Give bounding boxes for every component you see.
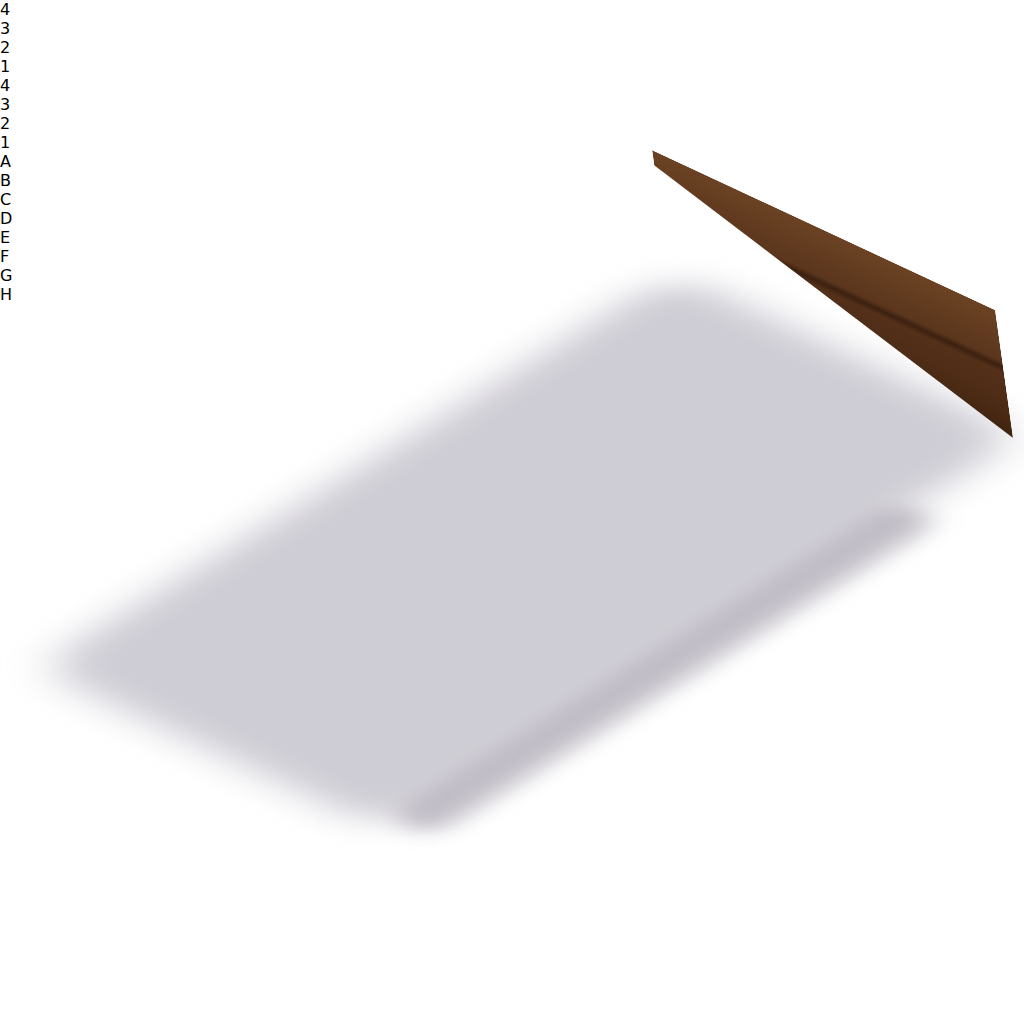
chess-box-photo: 4321 4321 ABCDEFGH: [0, 0, 1024, 1024]
file-label-b: B: [0, 171, 1024, 190]
rank-label-1: 1: [0, 57, 1024, 76]
file-label-c: C: [0, 190, 1024, 209]
rank-right-label-3: 3: [0, 95, 1024, 114]
file-label-a: A: [0, 152, 1024, 171]
rank-right-label-1: 1: [0, 133, 1024, 152]
rank-label-2: 2: [0, 38, 1024, 57]
left-rank-labels: 4321: [0, 0, 1024, 76]
file-label-e: E: [0, 228, 1024, 247]
rank-label-3: 3: [0, 19, 1024, 38]
right-rank-labels: 4321: [0, 76, 1024, 152]
file-label-d: D: [0, 209, 1024, 228]
rank-label-4: 4: [0, 0, 1024, 19]
rank-right-label-4: 4: [0, 76, 1024, 95]
rank-right-label-2: 2: [0, 114, 1024, 133]
